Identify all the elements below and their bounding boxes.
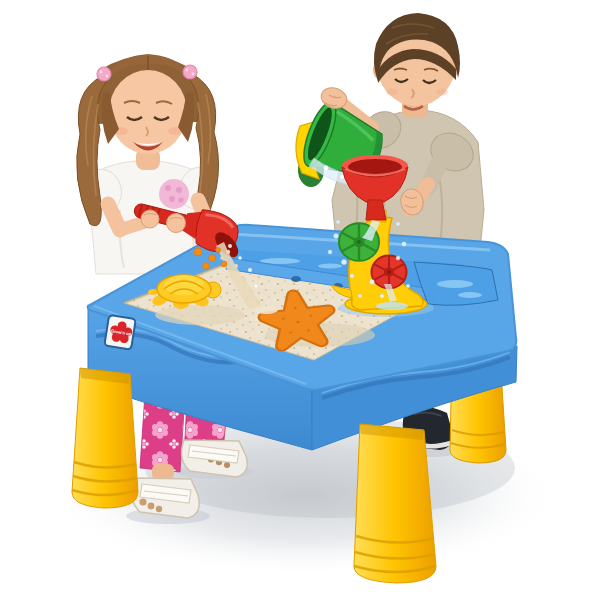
girl-sandal-left (132, 478, 200, 518)
scene-illustration: Grow'n up (0, 0, 600, 600)
table-leg-front-left (72, 368, 138, 508)
brand-badge: Grow'n up (104, 315, 136, 350)
girl-hand-right (167, 214, 186, 233)
divider-hole-left (291, 276, 301, 282)
table-leg-front-right (354, 424, 436, 583)
product-photo: Grow'n up (0, 0, 600, 600)
girl-face (109, 70, 187, 154)
water-wheel-red (372, 256, 407, 289)
girl-ankle-left (152, 464, 174, 480)
girl-hair-tie-right (183, 65, 197, 79)
girl-hand-left (141, 210, 159, 228)
girl-shirt-print (159, 179, 189, 209)
girl-sandal-right (182, 440, 248, 477)
girl-hair-tie-left (97, 67, 111, 81)
